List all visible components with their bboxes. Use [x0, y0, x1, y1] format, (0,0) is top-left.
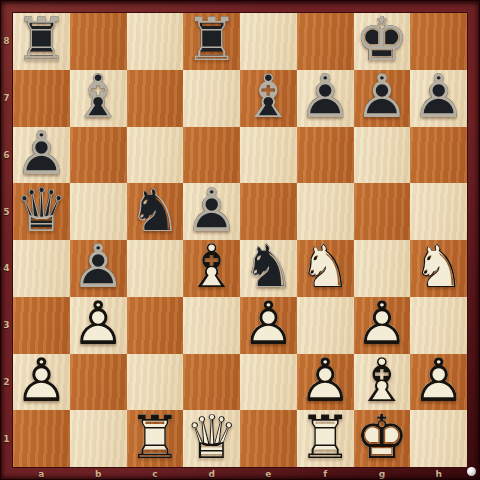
square-d4[interactable]: ♝♗ — [183, 240, 240, 297]
square-f6[interactable] — [297, 127, 354, 184]
piece-white-knight: ♞♘ — [410, 240, 467, 297]
black-pawn-outline: ♙ — [13, 125, 70, 182]
square-h6[interactable] — [410, 127, 467, 184]
file-label-h: h — [410, 467, 467, 480]
black-queen-outline: ♕ — [13, 181, 70, 238]
white-bishop-outline: ♗ — [354, 352, 411, 409]
white-knight-outline: ♘ — [410, 238, 467, 295]
piece-white-rook: ♜♖ — [127, 410, 184, 467]
square-c1[interactable]: ♜♖ — [127, 410, 184, 467]
file-label-b: b — [70, 467, 127, 480]
piece-white-rook: ♜♖ — [297, 410, 354, 467]
white-bishop-outline: ♗ — [183, 238, 240, 295]
square-b7[interactable]: ♝♗ — [70, 70, 127, 127]
square-f4[interactable]: ♞♘ — [297, 240, 354, 297]
white-pawn-outline: ♙ — [13, 352, 70, 409]
rank-label-5: 5 — [0, 183, 13, 240]
square-a8[interactable]: ♜♖ — [13, 13, 70, 70]
black-knight-outline: ♘ — [127, 181, 184, 238]
piece-white-pawn: ♟♙ — [410, 354, 467, 411]
rank-label-6: 6 — [0, 127, 13, 184]
white-to-move-indicator — [467, 467, 476, 476]
white-pawn-outline: ♙ — [240, 295, 297, 352]
piece-white-pawn: ♟♙ — [13, 354, 70, 411]
white-queen-outline: ♕ — [183, 408, 240, 465]
piece-black-pawn: ♟♙ — [410, 70, 467, 127]
white-king-outline: ♔ — [354, 408, 411, 465]
black-bishop-outline: ♗ — [70, 68, 127, 125]
black-knight-outline: ♘ — [240, 238, 297, 295]
black-king-outline: ♔ — [354, 11, 411, 68]
white-pawn-outline: ♙ — [297, 352, 354, 409]
white-pawn-outline: ♙ — [70, 295, 127, 352]
square-e7[interactable]: ♝♗ — [240, 70, 297, 127]
file-label-e: e — [240, 467, 297, 480]
black-bishop-outline: ♗ — [240, 68, 297, 125]
square-h1[interactable] — [410, 410, 467, 467]
square-b6[interactable] — [70, 127, 127, 184]
white-knight-outline: ♘ — [297, 238, 354, 295]
white-rook-outline: ♖ — [297, 408, 354, 465]
black-pawn-outline: ♙ — [183, 181, 240, 238]
white-pawn-outline: ♙ — [354, 295, 411, 352]
piece-black-knight: ♞♘ — [127, 183, 184, 240]
square-b3[interactable]: ♟♙ — [70, 297, 127, 354]
square-a1[interactable] — [13, 410, 70, 467]
piece-black-pawn: ♟♙ — [354, 70, 411, 127]
file-label-a: a — [13, 467, 70, 480]
square-g6[interactable] — [354, 127, 411, 184]
square-d3[interactable] — [183, 297, 240, 354]
square-h2[interactable]: ♟♙ — [410, 354, 467, 411]
rank-label-4: 4 — [0, 240, 13, 297]
square-e2[interactable] — [240, 354, 297, 411]
black-rook-outline: ♖ — [13, 11, 70, 68]
piece-white-king: ♚♔ — [354, 410, 411, 467]
square-e1[interactable] — [240, 410, 297, 467]
piece-white-pawn: ♟♙ — [70, 297, 127, 354]
white-rook-outline: ♖ — [127, 408, 184, 465]
black-rook-outline: ♖ — [183, 11, 240, 68]
square-a2[interactable]: ♟♙ — [13, 354, 70, 411]
square-c8[interactable] — [127, 13, 184, 70]
square-h7[interactable]: ♟♙ — [410, 70, 467, 127]
rank-label-1: 1 — [0, 410, 13, 467]
rank-label-2: 2 — [0, 354, 13, 411]
square-c5[interactable]: ♞♘ — [127, 183, 184, 240]
white-pawn-outline: ♙ — [410, 352, 467, 409]
piece-black-bishop: ♝♗ — [240, 70, 297, 127]
black-pawn-outline: ♙ — [354, 68, 411, 125]
file-label-d: d — [183, 467, 240, 480]
rank-labels: 87654321 — [0, 13, 13, 467]
file-label-g: g — [354, 467, 411, 480]
square-h4[interactable]: ♞♘ — [410, 240, 467, 297]
piece-white-pawn: ♟♙ — [240, 297, 297, 354]
file-label-f: f — [297, 467, 354, 480]
square-c4[interactable] — [127, 240, 184, 297]
square-c3[interactable] — [127, 297, 184, 354]
square-g1[interactable]: ♚♔ — [354, 410, 411, 467]
square-g7[interactable]: ♟♙ — [354, 70, 411, 127]
piece-white-queen: ♛♕ — [183, 410, 240, 467]
square-g5[interactable] — [354, 183, 411, 240]
piece-white-bishop: ♝♗ — [183, 240, 240, 297]
chess-board: ♜♖♜♖♚♔♝♗♝♗♟♙♟♙♟♙♟♙♛♕♞♘♟♙♟♙♝♗♞♘♞♘♞♘♟♙♟♙♟♙… — [13, 13, 467, 467]
black-pawn-outline: ♙ — [410, 68, 467, 125]
rank-label-8: 8 — [0, 13, 13, 70]
black-pawn-outline: ♙ — [297, 68, 354, 125]
piece-white-knight: ♞♘ — [297, 240, 354, 297]
file-labels: abcdefgh — [13, 467, 467, 480]
square-b1[interactable] — [70, 410, 127, 467]
piece-black-pawn: ♟♙ — [297, 70, 354, 127]
square-e3[interactable]: ♟♙ — [240, 297, 297, 354]
piece-black-rook: ♜♖ — [13, 13, 70, 70]
square-b2[interactable] — [70, 354, 127, 411]
square-d7[interactable] — [183, 70, 240, 127]
piece-black-bishop: ♝♗ — [70, 70, 127, 127]
square-a4[interactable] — [13, 240, 70, 297]
square-d1[interactable]: ♛♕ — [183, 410, 240, 467]
piece-black-rook: ♜♖ — [183, 13, 240, 70]
square-e6[interactable] — [240, 127, 297, 184]
rank-label-7: 7 — [0, 70, 13, 127]
black-pawn-outline: ♙ — [70, 238, 127, 295]
chess-board-frame: ♜♖♜♖♚♔♝♗♝♗♟♙♟♙♟♙♟♙♛♕♞♘♟♙♟♙♝♗♞♘♞♘♞♘♟♙♟♙♟♙… — [0, 0, 480, 480]
square-f1[interactable]: ♜♖ — [297, 410, 354, 467]
square-f7[interactable]: ♟♙ — [297, 70, 354, 127]
square-a5[interactable]: ♛♕ — [13, 183, 70, 240]
file-label-c: c — [127, 467, 184, 480]
square-d8[interactable]: ♜♖ — [183, 13, 240, 70]
rank-label-3: 3 — [0, 297, 13, 354]
piece-black-queen: ♛♕ — [13, 183, 70, 240]
square-c7[interactable] — [127, 70, 184, 127]
